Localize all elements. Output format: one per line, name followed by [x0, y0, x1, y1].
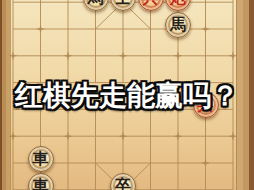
point-decoration: [8, 51, 17, 60]
point-decoration: [63, 132, 72, 141]
point-decoration: [173, 51, 182, 60]
piece-black-chariot[interactable]: 車: [28, 146, 54, 172]
caption-text: 红棋先走能赢吗？: [0, 79, 254, 113]
xiangqi-app-screenshot: 馬士兵炮馬兵車車卒 红棋先走能赢吗？: [0, 0, 254, 190]
point-decoration: [63, 51, 72, 60]
point-decoration: [201, 24, 210, 33]
piece-black-horse[interactable]: 馬: [165, 12, 191, 38]
point-decoration: [36, 24, 45, 33]
point-decoration: [8, 132, 17, 141]
point-decoration: [118, 51, 127, 60]
piece-black-chariot[interactable]: 車: [28, 173, 54, 190]
point-decoration: [228, 51, 237, 60]
point-decoration: [173, 132, 182, 141]
point-decoration: [118, 132, 127, 141]
point-decoration: [228, 132, 237, 141]
point-decoration: [201, 158, 210, 167]
